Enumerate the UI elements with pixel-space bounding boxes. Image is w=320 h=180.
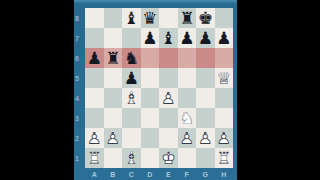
- piece-white-bishop: ♝: [122, 88, 141, 108]
- piece-white-rook: ♜: [85, 148, 104, 168]
- square-c1[interactable]: ♝♗: [122, 148, 141, 168]
- file-label-h: H: [215, 168, 234, 180]
- file-label-f: F: [178, 168, 197, 180]
- piece-black-king: ♚: [196, 8, 215, 28]
- piece-white-rook-outline: ♖: [85, 148, 104, 168]
- square-f5[interactable]: [178, 68, 197, 88]
- square-f4[interactable]: [178, 88, 197, 108]
- square-e6[interactable]: [159, 48, 178, 68]
- rank-label-2: 2: [74, 128, 85, 148]
- piece-white-pawn-outline: ♙: [104, 128, 123, 148]
- rank-label-4: 4: [74, 88, 85, 108]
- piece-black-rook: ♜: [104, 48, 123, 68]
- square-a8[interactable]: [85, 8, 104, 28]
- square-h3[interactable]: [215, 108, 234, 128]
- square-h4[interactable]: [215, 88, 234, 108]
- square-a6[interactable]: ♟: [85, 48, 104, 68]
- piece-black-pawn: ♟: [178, 28, 197, 48]
- square-g2[interactable]: ♟♙: [196, 128, 215, 148]
- square-g8[interactable]: ♚: [196, 8, 215, 28]
- piece-black-pawn: ♟: [196, 28, 215, 48]
- file-label-g: G: [196, 168, 215, 180]
- piece-white-pawn-outline: ♙: [85, 128, 104, 148]
- square-g4[interactable]: [196, 88, 215, 108]
- piece-white-pawn-outline: ♙: [159, 88, 178, 108]
- piece-white-pawn: ♟: [178, 128, 197, 148]
- rank-label-8: 8: [74, 8, 85, 28]
- piece-black-queen: ♛: [141, 8, 160, 28]
- file-label-c: C: [122, 168, 141, 180]
- rank-labels: 87654321: [74, 8, 85, 168]
- square-a5[interactable]: [85, 68, 104, 88]
- square-g5[interactable]: [196, 68, 215, 88]
- square-e5[interactable]: [159, 68, 178, 88]
- square-a4[interactable]: [85, 88, 104, 108]
- rank-label-5: 5: [74, 68, 85, 88]
- square-c7[interactable]: [122, 28, 141, 48]
- square-d1[interactable]: [141, 148, 160, 168]
- square-h7[interactable]: ♟: [215, 28, 234, 48]
- square-e7[interactable]: ♝: [159, 28, 178, 48]
- file-label-e: E: [159, 168, 178, 180]
- square-f6[interactable]: [178, 48, 197, 68]
- letterbox-left: [0, 0, 74, 180]
- rank-label-1: 1: [74, 148, 85, 168]
- piece-white-bishop: ♝: [122, 148, 141, 168]
- square-a1[interactable]: ♜♖: [85, 148, 104, 168]
- file-label-d: D: [141, 168, 160, 180]
- chess-board: ♝♛♜♚♟♝♟♟♟♟♜♞♟♛♕♝♗♟♙♞♘♟♙♟♙♟♙♟♙♟♙♜♖♝♗♚♔♜♖: [85, 8, 233, 168]
- piece-black-bishop: ♝: [159, 28, 178, 48]
- square-g6[interactable]: [196, 48, 215, 68]
- square-d6[interactable]: [141, 48, 160, 68]
- square-b2[interactable]: ♟♙: [104, 128, 123, 148]
- piece-white-pawn: ♟: [104, 128, 123, 148]
- square-e4[interactable]: ♟♙: [159, 88, 178, 108]
- square-g7[interactable]: ♟: [196, 28, 215, 48]
- piece-black-knight: ♞: [122, 48, 141, 68]
- square-h2[interactable]: ♟♙: [215, 128, 234, 148]
- square-h8[interactable]: [215, 8, 234, 28]
- square-d4[interactable]: [141, 88, 160, 108]
- square-h1[interactable]: ♜♖: [215, 148, 234, 168]
- piece-white-pawn-outline: ♙: [196, 128, 215, 148]
- square-b1[interactable]: [104, 148, 123, 168]
- square-c8[interactable]: ♝: [122, 8, 141, 28]
- square-g1[interactable]: [196, 148, 215, 168]
- piece-white-pawn-outline: ♙: [178, 128, 197, 148]
- square-b5[interactable]: [104, 68, 123, 88]
- piece-white-knight: ♞: [178, 108, 197, 128]
- rank-label-6: 6: [74, 48, 85, 68]
- piece-white-pawn-outline: ♙: [215, 128, 234, 148]
- square-c3[interactable]: [122, 108, 141, 128]
- square-f2[interactable]: ♟♙: [178, 128, 197, 148]
- square-d2[interactable]: [141, 128, 160, 148]
- piece-black-rook: ♜: [178, 8, 197, 28]
- piece-white-queen-outline: ♕: [215, 68, 234, 88]
- square-e2[interactable]: [159, 128, 178, 148]
- square-b6[interactable]: ♜: [104, 48, 123, 68]
- piece-white-king-outline: ♔: [159, 148, 178, 168]
- letterbox-right: [237, 0, 320, 180]
- piece-white-rook-outline: ♖: [215, 148, 234, 168]
- piece-black-bishop: ♝: [122, 8, 141, 28]
- square-e8[interactable]: [159, 8, 178, 28]
- piece-black-pawn: ♟: [215, 28, 234, 48]
- piece-black-pawn: ♟: [141, 28, 160, 48]
- square-d8[interactable]: ♛: [141, 8, 160, 28]
- square-f7[interactable]: ♟: [178, 28, 197, 48]
- chess-board-frame: 87654321 ♝♛♜♚♟♝♟♟♟♟♜♞♟♛♕♝♗♟♙♞♘♟♙♟♙♟♙♟♙♟♙…: [74, 0, 237, 180]
- square-c4[interactable]: ♝♗: [122, 88, 141, 108]
- square-b4[interactable]: [104, 88, 123, 108]
- square-b8[interactable]: [104, 8, 123, 28]
- piece-white-queen: ♛: [215, 68, 234, 88]
- file-label-a: A: [85, 168, 104, 180]
- square-f3[interactable]: ♞♘: [178, 108, 197, 128]
- square-c2[interactable]: [122, 128, 141, 148]
- square-b7[interactable]: [104, 28, 123, 48]
- square-g3[interactable]: [196, 108, 215, 128]
- piece-black-pawn: ♟: [122, 68, 141, 88]
- file-label-b: B: [104, 168, 123, 180]
- rank-label-7: 7: [74, 28, 85, 48]
- file-labels: ABCDEFGH: [85, 168, 233, 180]
- piece-white-king: ♚: [159, 148, 178, 168]
- square-h5[interactable]: ♛♕: [215, 68, 234, 88]
- square-a2[interactable]: ♟♙: [85, 128, 104, 148]
- square-f8[interactable]: ♜: [178, 8, 197, 28]
- square-e3[interactable]: [159, 108, 178, 128]
- piece-white-knight-outline: ♘: [178, 108, 197, 128]
- piece-white-bishop-outline: ♗: [122, 88, 141, 108]
- square-a7[interactable]: [85, 28, 104, 48]
- piece-white-pawn: ♟: [85, 128, 104, 148]
- piece-white-pawn: ♟: [215, 128, 234, 148]
- square-b3[interactable]: [104, 108, 123, 128]
- square-e1[interactable]: ♚♔: [159, 148, 178, 168]
- square-d7[interactable]: ♟: [141, 28, 160, 48]
- square-h6[interactable]: [215, 48, 234, 68]
- piece-white-bishop-outline: ♗: [122, 148, 141, 168]
- piece-white-pawn: ♟: [196, 128, 215, 148]
- square-f1[interactable]: [178, 148, 197, 168]
- piece-black-pawn: ♟: [85, 48, 104, 68]
- square-a3[interactable]: [85, 108, 104, 128]
- piece-white-pawn: ♟: [159, 88, 178, 108]
- square-c6[interactable]: ♞: [122, 48, 141, 68]
- square-d3[interactable]: [141, 108, 160, 128]
- square-c5[interactable]: ♟: [122, 68, 141, 88]
- square-d5[interactable]: [141, 68, 160, 88]
- piece-white-rook: ♜: [215, 148, 234, 168]
- rank-label-3: 3: [74, 108, 85, 128]
